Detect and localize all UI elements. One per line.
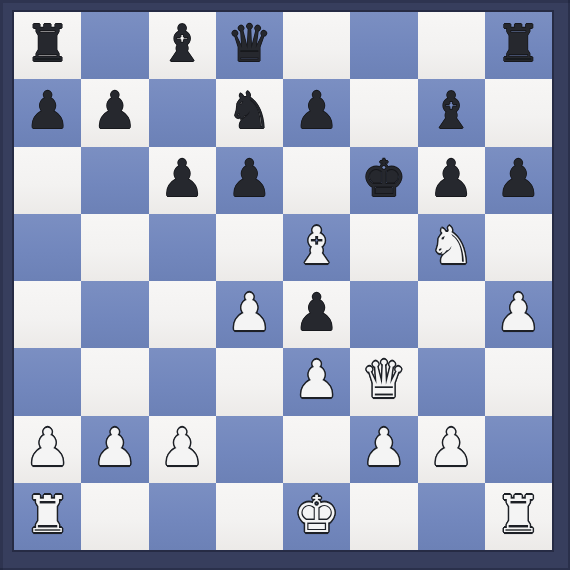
square-b6[interactable] (81, 147, 148, 214)
black-rook-piece[interactable]: ♜ (25, 18, 71, 69)
black-pawn-piece[interactable]: ♟ (294, 287, 340, 338)
square-g8[interactable] (418, 12, 485, 79)
square-f8[interactable] (350, 12, 417, 79)
square-g4[interactable] (418, 281, 485, 348)
square-a6[interactable] (14, 147, 81, 214)
square-f1[interactable] (350, 483, 417, 550)
square-e2[interactable] (283, 416, 350, 483)
square-a3[interactable] (14, 348, 81, 415)
square-h4[interactable]: ♟ (485, 281, 552, 348)
square-d2[interactable] (216, 416, 283, 483)
black-pawn-piece[interactable]: ♟ (294, 85, 340, 136)
black-pawn-piece[interactable]: ♟ (428, 153, 474, 204)
square-f6[interactable]: ♚ (350, 147, 417, 214)
square-e3[interactable]: ♟ (283, 348, 350, 415)
black-knight-piece[interactable]: ♞ (227, 85, 273, 136)
square-h8[interactable]: ♜ (485, 12, 552, 79)
square-h1[interactable]: ♜ (485, 483, 552, 550)
square-b8[interactable] (81, 12, 148, 79)
square-e5[interactable]: ♝ (283, 214, 350, 281)
black-queen-piece[interactable]: ♛ (227, 18, 273, 69)
square-h3[interactable] (485, 348, 552, 415)
square-b5[interactable] (81, 214, 148, 281)
square-b3[interactable] (81, 348, 148, 415)
square-f4[interactable] (350, 281, 417, 348)
chess-board: ♜♝♛♜♟♟♞♟♝♟♟♚♟♟♝♞♟♟♟♟♛♟♟♟♟♟♜♚♜ (14, 12, 552, 550)
white-pawn-piece[interactable]: ♟ (496, 287, 542, 338)
white-rook-piece[interactable]: ♜ (25, 489, 71, 540)
square-a7[interactable]: ♟ (14, 79, 81, 146)
square-e8[interactable] (283, 12, 350, 79)
square-c7[interactable] (149, 79, 216, 146)
square-f7[interactable] (350, 79, 417, 146)
square-h6[interactable]: ♟ (485, 147, 552, 214)
square-b1[interactable] (81, 483, 148, 550)
square-g1[interactable] (418, 483, 485, 550)
black-pawn-piece[interactable]: ♟ (25, 85, 71, 136)
square-g2[interactable]: ♟ (418, 416, 485, 483)
white-pawn-piece[interactable]: ♟ (361, 422, 407, 473)
square-d5[interactable] (216, 214, 283, 281)
square-a4[interactable] (14, 281, 81, 348)
square-e1[interactable]: ♚ (283, 483, 350, 550)
black-king-piece[interactable]: ♚ (361, 153, 407, 204)
white-pawn-piece[interactable]: ♟ (25, 422, 71, 473)
square-f5[interactable] (350, 214, 417, 281)
square-h2[interactable] (485, 416, 552, 483)
white-bishop-piece[interactable]: ♝ (294, 220, 340, 271)
black-pawn-piece[interactable]: ♟ (227, 153, 273, 204)
square-a8[interactable]: ♜ (14, 12, 81, 79)
white-pawn-piece[interactable]: ♟ (428, 422, 474, 473)
square-b7[interactable]: ♟ (81, 79, 148, 146)
square-c4[interactable] (149, 281, 216, 348)
black-pawn-piece[interactable]: ♟ (496, 153, 542, 204)
square-e7[interactable]: ♟ (283, 79, 350, 146)
square-g7[interactable]: ♝ (418, 79, 485, 146)
square-f3[interactable]: ♛ (350, 348, 417, 415)
square-g5[interactable]: ♞ (418, 214, 485, 281)
square-d4[interactable]: ♟ (216, 281, 283, 348)
square-d1[interactable] (216, 483, 283, 550)
white-rook-piece[interactable]: ♜ (496, 489, 542, 540)
square-c5[interactable] (149, 214, 216, 281)
square-c1[interactable] (149, 483, 216, 550)
black-bishop-piece[interactable]: ♝ (428, 85, 474, 136)
square-c8[interactable]: ♝ (149, 12, 216, 79)
square-d7[interactable]: ♞ (216, 79, 283, 146)
square-a1[interactable]: ♜ (14, 483, 81, 550)
board-frame: ♜♝♛♜♟♟♞♟♝♟♟♚♟♟♝♞♟♟♟♟♛♟♟♟♟♟♜♚♜ (0, 0, 570, 570)
square-b2[interactable]: ♟ (81, 416, 148, 483)
white-knight-piece[interactable]: ♞ (428, 220, 474, 271)
square-a2[interactable]: ♟ (14, 416, 81, 483)
black-pawn-piece[interactable]: ♟ (92, 85, 138, 136)
black-pawn-piece[interactable]: ♟ (159, 153, 205, 204)
square-b4[interactable] (81, 281, 148, 348)
square-c3[interactable] (149, 348, 216, 415)
square-e6[interactable] (283, 147, 350, 214)
white-pawn-piece[interactable]: ♟ (294, 354, 340, 405)
square-h7[interactable] (485, 79, 552, 146)
white-pawn-piece[interactable]: ♟ (159, 422, 205, 473)
square-d3[interactable] (216, 348, 283, 415)
square-e4[interactable]: ♟ (283, 281, 350, 348)
square-c2[interactable]: ♟ (149, 416, 216, 483)
white-pawn-piece[interactable]: ♟ (92, 422, 138, 473)
square-a5[interactable] (14, 214, 81, 281)
black-rook-piece[interactable]: ♜ (496, 18, 542, 69)
white-queen-piece[interactable]: ♛ (361, 354, 407, 405)
square-f2[interactable]: ♟ (350, 416, 417, 483)
square-d8[interactable]: ♛ (216, 12, 283, 79)
white-king-piece[interactable]: ♚ (294, 489, 340, 540)
square-c6[interactable]: ♟ (149, 147, 216, 214)
white-pawn-piece[interactable]: ♟ (227, 287, 273, 338)
square-g3[interactable] (418, 348, 485, 415)
square-g6[interactable]: ♟ (418, 147, 485, 214)
square-h5[interactable] (485, 214, 552, 281)
black-bishop-piece[interactable]: ♝ (159, 18, 205, 69)
square-d6[interactable]: ♟ (216, 147, 283, 214)
